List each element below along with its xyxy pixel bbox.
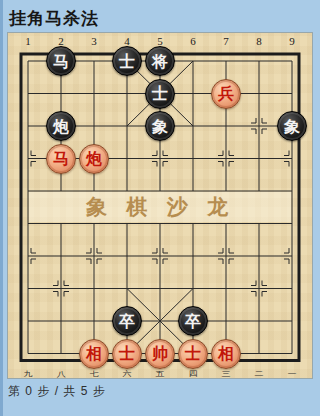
black-soldier[interactable]: 卒 [178,306,208,336]
file-label-bottom: 七 [86,369,102,379]
red-advisor[interactable]: 士 [178,339,208,369]
black-elephant[interactable]: 象 [277,111,307,141]
black-soldier[interactable]: 卒 [112,306,142,336]
file-label-bottom: 一 [284,369,300,379]
piece-glyph: 卒 [185,313,201,330]
piece-glyph: 炮 [53,118,69,135]
black-cannon[interactable]: 炮 [46,111,76,141]
piece-glyph: 士 [152,85,168,102]
black-general[interactable]: 将 [145,46,175,76]
red-elephant[interactable]: 相 [79,339,109,369]
piece-glyph: 卒 [119,313,135,330]
piece-glyph: 马 [53,150,69,167]
piece-glyph: 将 [152,53,168,70]
piece-glyph: 象 [284,118,300,135]
red-cannon[interactable]: 炮 [79,144,109,174]
piece-glyph: 士 [185,345,201,362]
file-label-bottom: 三 [218,369,234,379]
piece-glyph: 士 [119,53,135,70]
file-label-bottom: 五 [152,369,168,379]
file-label-bottom: 八 [53,369,69,379]
window-left-edge [0,0,3,416]
red-horse[interactable]: 马 [46,144,76,174]
xiangqi-board[interactable]: 123456789 象 棋 沙 龙 马士将士兵炮象象马炮卒卒相士帅士相 九八七六… [8,33,312,378]
page-title: 挂角马杀法 [9,7,99,30]
file-label-bottom: 二 [251,369,267,379]
piece-glyph: 马 [53,53,69,70]
black-elephant[interactable]: 象 [145,111,175,141]
black-horse[interactable]: 马 [46,46,76,76]
red-general[interactable]: 帅 [145,339,175,369]
piece-glyph: 相 [218,345,234,362]
black-advisor[interactable]: 士 [145,79,175,109]
red-soldier[interactable]: 兵 [211,79,241,109]
black-advisor[interactable]: 士 [112,46,142,76]
file-label-bottom: 九 [20,369,36,379]
file-labels-bottom: 九八七六五四三二一 [8,369,312,382]
piece-glyph: 帅 [152,345,168,362]
file-label-bottom: 六 [119,369,135,379]
piece-glyph: 兵 [218,85,234,102]
piece-glyph: 士 [119,345,135,362]
red-elephant[interactable]: 相 [211,339,241,369]
pieces-layer: 马士将士兵炮象象马炮卒卒相士帅士相 [12,45,309,370]
piece-glyph: 炮 [86,150,102,167]
piece-glyph: 相 [86,345,102,362]
red-advisor[interactable]: 士 [112,339,142,369]
file-label-bottom: 四 [185,369,201,379]
move-counter-status: 第 0 步 / 共 5 步 [8,383,106,400]
piece-glyph: 象 [152,118,168,135]
